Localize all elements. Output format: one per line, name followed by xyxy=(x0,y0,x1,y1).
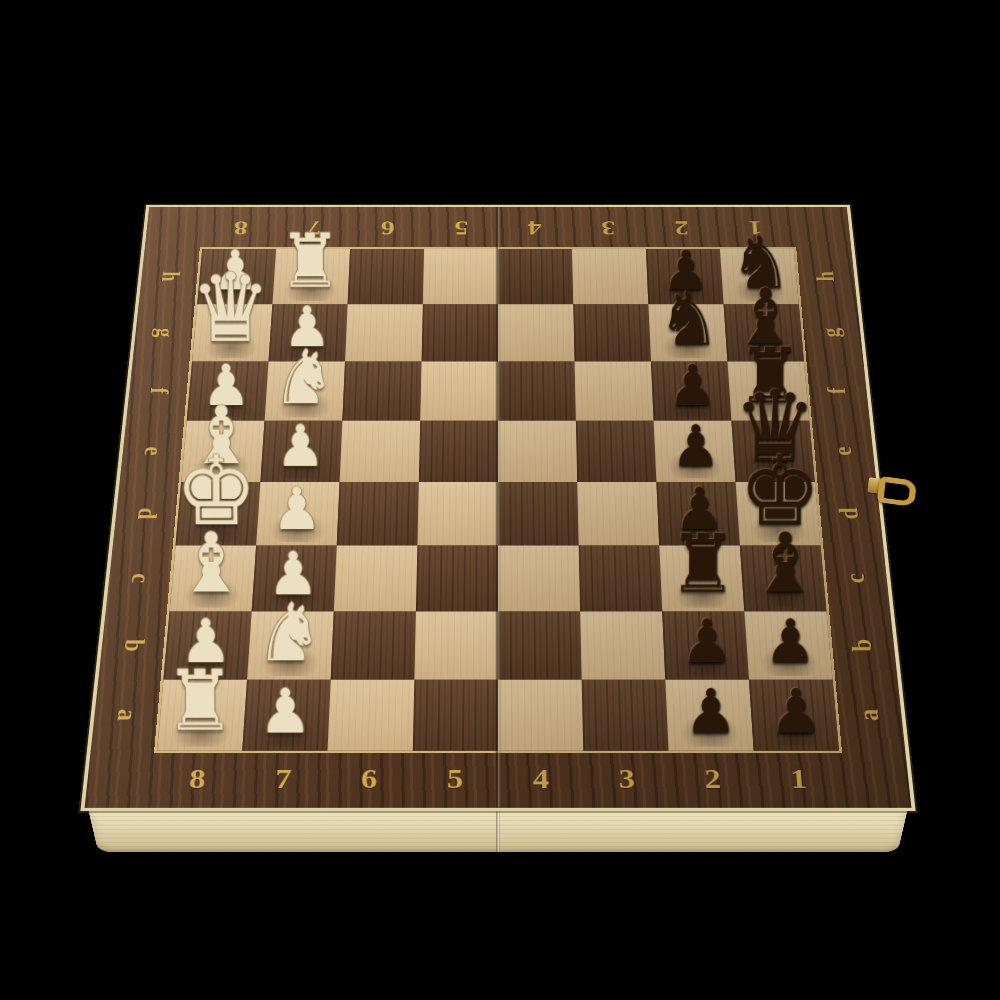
file-label-left-h: h xyxy=(156,271,185,281)
file-label-right-h: h xyxy=(811,271,840,281)
rank-label-top-7: 7 xyxy=(307,217,322,240)
rank-label-top-5: 5 xyxy=(454,217,468,240)
rank-label-bottom-5: 5 xyxy=(447,764,464,795)
piece-white-pawn-a7[interactable]: ♟ xyxy=(225,632,345,739)
square-a7[interactable]: ♟ xyxy=(242,680,330,751)
file-label-right-f: f xyxy=(822,388,852,395)
file-label-left-g: g xyxy=(150,328,180,338)
rank-label-bottom-7: 7 xyxy=(274,764,292,795)
square-c4[interactable] xyxy=(498,546,580,612)
file-label-right-g: g xyxy=(816,328,846,338)
piece-black-pawn-a1[interactable]: ♟ xyxy=(736,632,856,739)
box-side-seam xyxy=(496,807,500,853)
square-g5[interactable] xyxy=(422,304,498,361)
clasp-loop xyxy=(877,476,917,507)
chess-board: ♟♜♟♞♛♟♞♝♟♞♟♜♝♟♟♛♚♟♟♚♝♟♜♝♟♞♟♟♜♟♟♟ hgfedcb… xyxy=(85,207,912,808)
file-label-left-f: f xyxy=(144,388,174,395)
box-side-panel xyxy=(88,807,909,853)
rank-label-top-8: 8 xyxy=(233,217,249,240)
square-f5[interactable] xyxy=(420,361,498,420)
rank-label-bottom-8: 8 xyxy=(188,764,207,795)
rank-label-top-6: 6 xyxy=(380,217,395,240)
square-b5[interactable] xyxy=(414,611,498,679)
file-label-left-a: a xyxy=(111,709,144,721)
square-d5[interactable] xyxy=(417,482,498,546)
rank-label-top-1: 1 xyxy=(747,217,763,240)
rank-label-bottom-6: 6 xyxy=(361,764,378,795)
square-c5[interactable] xyxy=(416,546,498,612)
square-e5[interactable] xyxy=(419,421,498,482)
rank-label-top-4: 4 xyxy=(528,217,542,240)
rank-label-top-2: 2 xyxy=(674,217,689,240)
rank-label-top-3: 3 xyxy=(601,217,616,240)
square-a5[interactable] xyxy=(413,680,498,751)
chess-set-photo: ♟♜♟♞♛♟♞♝♟♞♟♜♝♟♟♛♚♟♟♚♝♟♜♝♟♞♟♟♜♟♟♟ hgfedcb… xyxy=(0,0,1000,1000)
square-h5[interactable] xyxy=(423,249,498,304)
